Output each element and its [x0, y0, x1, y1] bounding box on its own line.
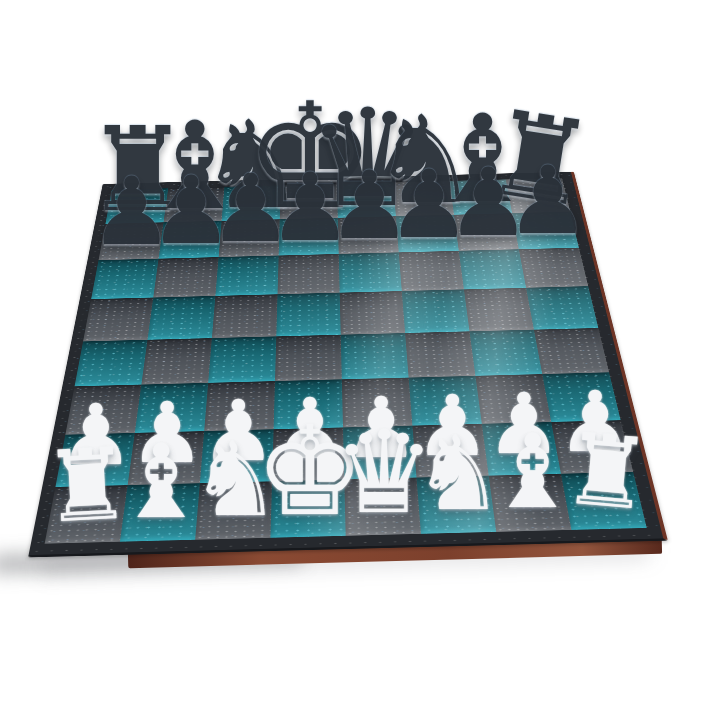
square-h6[interactable] — [519, 248, 588, 288]
square-c8[interactable] — [222, 185, 281, 221]
square-e5[interactable] — [340, 291, 405, 334]
square-a8[interactable] — [105, 188, 168, 224]
square-f8[interactable] — [393, 181, 454, 216]
square-h8[interactable] — [506, 178, 570, 213]
square-d2[interactable] — [272, 427, 344, 481]
square-f3[interactable] — [409, 376, 482, 426]
square-d4[interactable] — [275, 334, 342, 380]
square-d7[interactable] — [279, 218, 339, 256]
square-d1[interactable] — [270, 479, 345, 537]
chess-board — [28, 172, 668, 558]
square-b3[interactable] — [135, 383, 208, 433]
square-c7[interactable] — [219, 219, 280, 257]
square-f4[interactable] — [405, 331, 475, 377]
square-g3[interactable] — [475, 374, 551, 424]
square-b8[interactable] — [164, 187, 225, 223]
square-b5[interactable] — [148, 296, 216, 339]
square-c2[interactable] — [200, 429, 274, 483]
square-g2[interactable] — [482, 422, 561, 476]
square-e7[interactable] — [338, 216, 399, 254]
square-b7[interactable] — [159, 221, 222, 259]
square-g4[interactable] — [469, 329, 542, 375]
square-h1[interactable] — [561, 472, 647, 530]
square-e1[interactable] — [344, 477, 421, 535]
square-a3[interactable] — [65, 384, 141, 434]
square-e4[interactable] — [341, 333, 409, 379]
square-g7[interactable] — [454, 213, 519, 251]
square-b1[interactable] — [120, 483, 200, 542]
square-g6[interactable] — [459, 249, 526, 289]
square-b2[interactable] — [128, 431, 205, 485]
square-c1[interactable] — [195, 481, 272, 540]
square-f1[interactable] — [416, 476, 496, 534]
photo-background: { "game": "chess", "scene": { "descripti… — [0, 0, 720, 720]
square-e2[interactable] — [343, 425, 416, 479]
square-c4[interactable] — [208, 336, 276, 382]
chessboard-scene: ♜♝♞♚♛♞♝♜♟♟♟♟♟♟♟♟♟♟♟♟♟♟♟♟♜♝♞♚♛♞♝♜ — [0, 0, 720, 720]
square-d3[interactable] — [274, 379, 343, 429]
square-b6[interactable] — [153, 257, 218, 298]
square-b4[interactable] — [141, 338, 212, 385]
square-c3[interactable] — [204, 381, 275, 431]
square-a4[interactable] — [75, 339, 148, 386]
square-d8[interactable] — [280, 184, 338, 219]
square-h2[interactable] — [551, 420, 633, 474]
square-a2[interactable] — [55, 433, 134, 487]
square-h5[interactable] — [526, 286, 598, 329]
square-g1[interactable] — [489, 474, 572, 532]
square-a1[interactable] — [45, 485, 128, 544]
square-c6[interactable] — [215, 256, 278, 296]
square-h7[interactable] — [512, 212, 579, 250]
square-a6[interactable] — [91, 259, 158, 300]
square-a5[interactable] — [83, 298, 153, 341]
square-g8[interactable] — [449, 179, 512, 214]
square-f2[interactable] — [412, 424, 488, 478]
square-e8[interactable] — [337, 182, 396, 217]
square-d6[interactable] — [278, 254, 340, 294]
square-f7[interactable] — [396, 215, 459, 253]
square-h4[interactable] — [534, 328, 609, 374]
square-a7[interactable] — [98, 222, 163, 260]
square-e6[interactable] — [339, 252, 402, 292]
square-d5[interactable] — [276, 293, 340, 336]
square-e3[interactable] — [342, 377, 413, 427]
square-f5[interactable] — [402, 290, 470, 333]
square-g5[interactable] — [464, 288, 534, 331]
square-h3[interactable] — [542, 372, 620, 422]
square-c5[interactable] — [212, 294, 278, 337]
square-f6[interactable] — [399, 251, 464, 291]
